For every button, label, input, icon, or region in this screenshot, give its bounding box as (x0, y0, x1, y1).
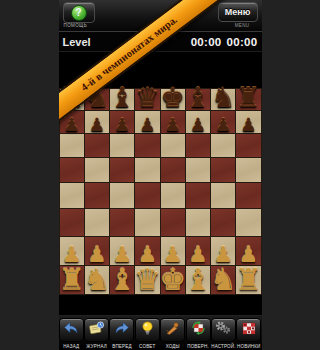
square-g4[interactable] (211, 183, 235, 208)
square-f1[interactable]: ♝ (186, 266, 210, 294)
piece-white-rook[interactable]: ♜ (235, 265, 262, 295)
square-c8[interactable]: ♝ (110, 89, 134, 110)
piece-white-knight[interactable]: ♞ (83, 265, 110, 295)
square-h2[interactable]: ♟ (236, 237, 260, 265)
square-b5[interactable] (85, 158, 109, 182)
square-d8[interactable]: ♛ (135, 89, 159, 110)
menu-button[interactable]: Меню (218, 2, 258, 22)
toolbar-item-lightbulb: СОВЕТ (135, 318, 159, 349)
square-f6[interactable] (186, 134, 210, 157)
toolbar-label: НАСТРОЙ. (211, 344, 236, 349)
square-h8[interactable]: ♜ (236, 89, 260, 110)
square-f3[interactable] (186, 209, 210, 236)
piece-white-bishop[interactable]: ♝ (184, 265, 211, 295)
square-a2[interactable]: ♟ (60, 237, 84, 265)
menu-caption: MENU (235, 23, 250, 28)
lightbulb-button[interactable] (135, 318, 160, 342)
square-e8[interactable]: ♚ (161, 89, 185, 110)
square-e3[interactable] (161, 209, 185, 236)
square-h7[interactable]: ♟ (236, 111, 260, 133)
toolbar-label: СОВЕТ (139, 344, 155, 349)
piece-black-rook[interactable]: ♜ (236, 84, 260, 111)
square-b2[interactable]: ♟ (85, 237, 109, 265)
redo-arrow-icon (114, 321, 130, 339)
piece-white-rook[interactable]: ♜ (59, 265, 86, 295)
gears-icon (215, 321, 231, 339)
toolbar-label: НОВИНКИ (237, 344, 261, 349)
square-c2[interactable]: ♟ (110, 237, 134, 265)
square-a1[interactable]: ♜ (60, 266, 84, 294)
piece-white-queen[interactable]: ♛ (134, 265, 161, 295)
square-h6[interactable] (236, 134, 260, 157)
lightbulb-icon (141, 321, 154, 340)
piece-black-pawn[interactable]: ♟ (215, 116, 231, 134)
square-e6[interactable] (161, 134, 185, 157)
square-a6[interactable] (60, 134, 84, 157)
square-a3[interactable] (60, 209, 84, 236)
piece-black-knight[interactable]: ♞ (211, 84, 235, 111)
square-c6[interactable] (110, 134, 134, 157)
square-f5[interactable] (186, 158, 210, 182)
toolbar-item-redo-arrow: ВПЕРЕД (110, 318, 134, 349)
journal-button[interactable] (84, 318, 109, 342)
moves-button[interactable] (160, 318, 185, 342)
square-e4[interactable] (161, 183, 185, 208)
square-g6[interactable] (211, 134, 235, 157)
black-clock: 00:00 (227, 36, 258, 48)
square-d3[interactable] (135, 209, 159, 236)
journal-icon (89, 321, 105, 339)
square-e7[interactable]: ♟ (161, 111, 185, 133)
piece-black-queen[interactable]: ♛ (135, 84, 159, 111)
whats-new-button[interactable] (236, 318, 261, 342)
square-c1[interactable]: ♝ (110, 266, 134, 294)
undo-arrow-button[interactable] (59, 318, 84, 342)
square-f8[interactable]: ♝ (186, 89, 210, 110)
piece-black-pawn[interactable]: ♟ (190, 116, 206, 134)
toolbar-label: ПОВЕРН. (187, 344, 209, 349)
square-c5[interactable] (110, 158, 134, 182)
chess-app-screen: ? ПОМОЩЬ Меню MENU Level 00:0000:00 ♜♞♝♛… (59, 0, 262, 350)
rotate-board-icon (191, 321, 206, 339)
square-b6[interactable] (85, 134, 109, 157)
toolbar-item-moves: ХОДЫ (161, 318, 185, 349)
square-g8[interactable]: ♞ (211, 89, 235, 110)
toolbar-label: ВПЕРЕД (112, 344, 132, 349)
bottom-toolbar: НАЗАДЖУРНАЛВПЕРЕДСОВЕТХОДЫПОВЕРН.НАСТРОЙ… (59, 315, 262, 350)
square-h4[interactable] (236, 183, 260, 208)
piece-black-pawn[interactable]: ♟ (240, 116, 256, 134)
square-b3[interactable] (85, 209, 109, 236)
whats-new-icon (242, 321, 256, 339)
square-h1[interactable]: ♜ (236, 266, 260, 294)
square-d7[interactable]: ♟ (135, 111, 159, 133)
square-a5[interactable] (60, 158, 84, 182)
piece-white-knight[interactable]: ♞ (210, 265, 237, 295)
toolbar-item-rotate-board: ПОВЕРН. (186, 318, 210, 349)
toolbar-label: НАЗАД (63, 344, 79, 349)
piece-black-pawn[interactable]: ♟ (64, 116, 80, 134)
square-g3[interactable] (211, 209, 235, 236)
square-d5[interactable] (135, 158, 159, 182)
square-e1[interactable]: ♚ (161, 266, 185, 294)
toolbar-item-whats-new: НОВИНКИ (237, 318, 261, 349)
square-d4[interactable] (135, 183, 159, 208)
square-e2[interactable]: ♟ (161, 237, 185, 265)
moves-icon (165, 321, 180, 339)
toolbar-item-journal: ЖУРНАЛ (85, 318, 109, 349)
piece-black-bishop[interactable]: ♝ (186, 84, 210, 111)
help-button[interactable]: ? (63, 2, 95, 23)
toolbar-label: ХОДЫ (166, 344, 180, 349)
piece-black-pawn[interactable]: ♟ (89, 116, 105, 134)
square-f2[interactable]: ♟ (186, 237, 210, 265)
help-question-icon: ? (71, 5, 87, 21)
square-g2[interactable]: ♟ (211, 237, 235, 265)
square-h5[interactable] (236, 158, 260, 182)
square-c4[interactable] (110, 183, 134, 208)
game-clocks: 00:0000:00 (186, 36, 258, 48)
chess-board: ♜♞♝♛♚♝♞♜♟♟♟♟♟♟♟♟♟♟♟♟♟♟♟♟♜♞♝♛♚♝♞♜ (59, 88, 262, 295)
piece-black-bishop[interactable]: ♝ (110, 84, 134, 111)
square-b4[interactable] (85, 183, 109, 208)
piece-white-king[interactable]: ♚ (159, 265, 186, 295)
square-d6[interactable] (135, 134, 159, 157)
piece-black-king[interactable]: ♚ (161, 84, 185, 111)
square-d1[interactable]: ♛ (135, 266, 159, 294)
gears-button[interactable] (211, 318, 236, 342)
square-h3[interactable] (236, 209, 260, 236)
piece-black-pawn[interactable]: ♟ (165, 116, 181, 134)
square-f4[interactable] (186, 183, 210, 208)
redo-arrow-button[interactable] (109, 318, 134, 342)
piece-white-bishop[interactable]: ♝ (109, 265, 136, 295)
piece-black-pawn[interactable]: ♟ (139, 116, 155, 134)
square-g5[interactable] (211, 158, 235, 182)
square-e5[interactable] (161, 158, 185, 182)
square-g1[interactable]: ♞ (211, 266, 235, 294)
square-f7[interactable]: ♟ (186, 111, 210, 133)
undo-arrow-icon (63, 321, 79, 339)
toolbar-item-gears: НАСТРОЙ. (211, 318, 235, 349)
help-caption: ПОМОЩЬ (64, 23, 88, 28)
white-clock: 00:00 (191, 36, 222, 48)
square-b1[interactable]: ♞ (85, 266, 109, 294)
square-c7[interactable]: ♟ (110, 111, 134, 133)
toolbar-item-undo-arrow: НАЗАД (59, 318, 83, 349)
square-a4[interactable] (60, 183, 84, 208)
level-label: Level (63, 36, 91, 48)
square-c3[interactable] (110, 209, 134, 236)
square-g7[interactable]: ♟ (211, 111, 235, 133)
rotate-board-button[interactable] (186, 318, 211, 342)
toolbar-label: ЖУРНАЛ (86, 344, 107, 349)
square-d2[interactable]: ♟ (135, 237, 159, 265)
piece-black-pawn[interactable]: ♟ (114, 116, 130, 134)
square-b7[interactable]: ♟ (85, 111, 109, 133)
